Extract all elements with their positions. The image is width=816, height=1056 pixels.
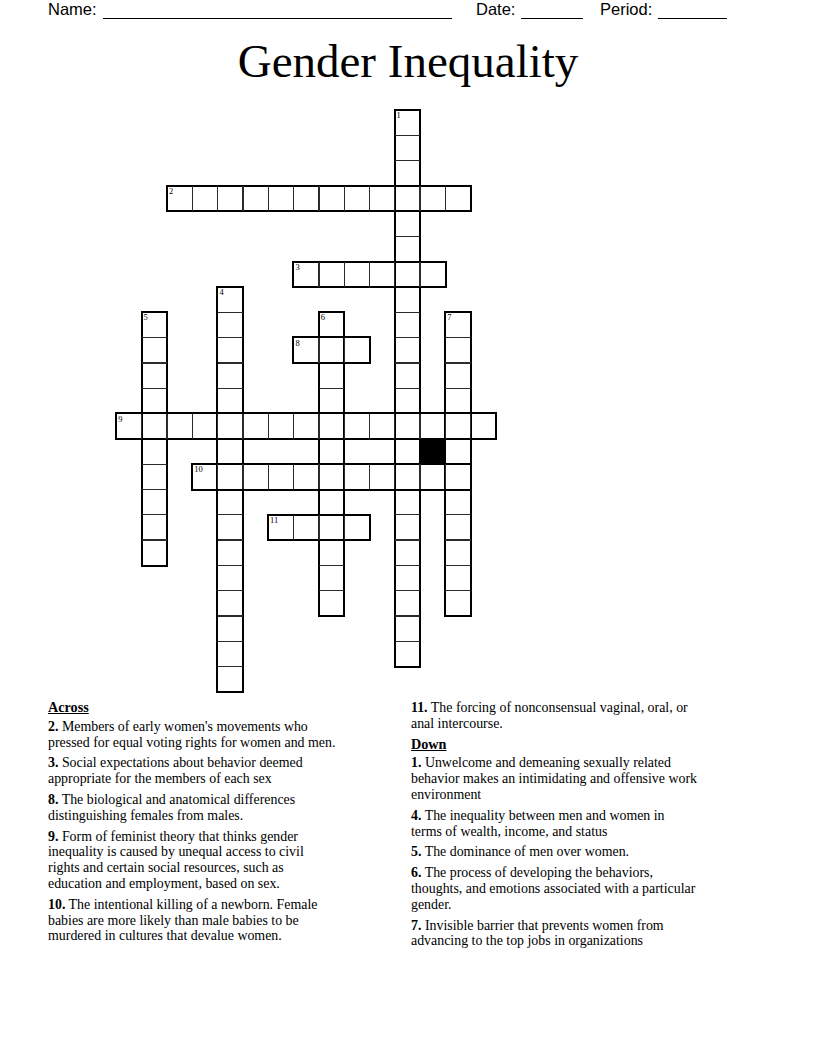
grid-cell[interactable] — [319, 414, 344, 439]
grid-cell[interactable] — [319, 540, 344, 565]
grid-cell[interactable] — [395, 540, 420, 565]
grid-cell[interactable] — [319, 565, 344, 590]
grid-cell[interactable] — [395, 211, 420, 236]
clue-across-10: 10. The intentional killing of a newborn… — [48, 897, 408, 944]
date-field: Date: — [476, 0, 583, 19]
grid-cell[interactable] — [218, 515, 243, 540]
grid-cell[interactable] — [218, 439, 243, 464]
clue-text: Social expectations about behavior deeme… — [48, 755, 303, 786]
grid-cell[interactable] — [319, 515, 344, 540]
grid-cell[interactable] — [445, 414, 470, 439]
grid-cell[interactable] — [370, 262, 395, 287]
name-field: Name: — [48, 0, 452, 19]
grid-cell[interactable] — [319, 388, 344, 413]
grid-cell[interactable] — [218, 490, 243, 515]
grid-cell[interactable] — [167, 414, 192, 439]
grid-cell[interactable] — [445, 388, 470, 413]
grid-cell[interactable] — [243, 464, 268, 489]
clue-down-6: 6. The process of developing the behavio… — [411, 865, 783, 912]
grid-cell[interactable] — [344, 262, 369, 287]
grid-cell[interactable] — [218, 414, 243, 439]
grid-cell[interactable] — [218, 641, 243, 666]
grid-cell[interactable] — [395, 110, 420, 135]
grid-cell[interactable] — [395, 641, 420, 666]
clue-down-5: 5. The dominance of men over women. — [411, 844, 783, 860]
grid-cell[interactable] — [142, 540, 167, 565]
grid-cell[interactable] — [420, 262, 445, 287]
clue-number: 7. — [411, 918, 421, 933]
grid-cell[interactable] — [142, 312, 167, 337]
grid-cell[interactable] — [218, 312, 243, 337]
clue-text: The inequality between men and women in … — [411, 808, 665, 839]
clue-across-2: 2. Members of early women's movements wh… — [48, 719, 408, 751]
grid-cell[interactable] — [319, 312, 344, 337]
grid-cell[interactable] — [370, 186, 395, 211]
clue-number: 4. — [411, 808, 421, 823]
grid-cell[interactable] — [319, 363, 344, 388]
grid-cell[interactable] — [142, 338, 167, 363]
grid-cell[interactable] — [218, 287, 243, 312]
grid-cell[interactable] — [294, 515, 319, 540]
grid-cell[interactable] — [445, 464, 470, 489]
grid-cell[interactable] — [294, 414, 319, 439]
clue-text: The intentional killing of a newborn. Fe… — [48, 897, 317, 944]
grid-cell[interactable] — [344, 515, 369, 540]
grid-cell[interactable] — [268, 464, 293, 489]
grid-cell[interactable] — [319, 591, 344, 616]
grid-cell[interactable] — [420, 186, 445, 211]
grid-cell[interactable] — [243, 414, 268, 439]
clue-text: The biological and anatomical difference… — [48, 792, 295, 823]
period-blank-line[interactable] — [658, 1, 727, 19]
clue-number: 8. — [48, 792, 58, 807]
grid-cell[interactable] — [395, 565, 420, 590]
grid-cell[interactable] — [370, 464, 395, 489]
grid-cell[interactable] — [243, 186, 268, 211]
clue-number: 6. — [411, 865, 421, 880]
grid-cell[interactable] — [445, 338, 470, 363]
across-heading: Across — [48, 700, 408, 716]
clue-number: 9. — [48, 829, 58, 844]
grid-cell[interactable] — [218, 338, 243, 363]
clue-number: 1. — [411, 755, 421, 770]
clue-text: Invisible barrier that prevents women fr… — [411, 918, 664, 949]
grid-cell[interactable] — [395, 388, 420, 413]
grid-cell[interactable] — [268, 414, 293, 439]
grid-cell[interactable] — [294, 262, 319, 287]
clue-down-7: 7. Invisible barrier that prevents women… — [411, 918, 783, 950]
grid-cell[interactable] — [445, 363, 470, 388]
grid-cell[interactable] — [142, 388, 167, 413]
grid-cell[interactable] — [142, 363, 167, 388]
clue-across-8: 8. The biological and anatomical differe… — [48, 792, 408, 824]
clue-text: Form of feminist theory that thinks gend… — [48, 829, 304, 891]
grid-cell[interactable] — [319, 439, 344, 464]
clue-number: 11. — [411, 700, 428, 715]
date-label: Date: — [476, 0, 515, 19]
grid-cell[interactable] — [395, 363, 420, 388]
grid-cell[interactable] — [268, 515, 293, 540]
grid-cell[interactable] — [395, 237, 420, 262]
grid-cell[interactable] — [294, 464, 319, 489]
grid-cell[interactable] — [395, 135, 420, 160]
grid-cell[interactable] — [395, 490, 420, 515]
down-heading: Down — [411, 737, 783, 753]
grid-cell[interactable] — [319, 186, 344, 211]
crossword-grid: 1234567891011 — [117, 110, 497, 692]
grid-cell[interactable] — [395, 312, 420, 337]
clue-number: 2. — [48, 719, 58, 734]
clue-text: Unwelcome and demeaning sexually related… — [411, 755, 697, 802]
worksheet-page: Name: Date: Period: Gender Inequality 12… — [0, 0, 816, 1056]
clue-across-3: 3. Social expectations about behavior de… — [48, 755, 408, 787]
clues-left-column: Across2. Members of early women's moveme… — [48, 700, 408, 949]
grid-cell[interactable] — [218, 186, 243, 211]
grid-cell[interactable] — [218, 616, 243, 641]
grid-cell[interactable] — [218, 388, 243, 413]
worksheet-title: Gender Inequality — [0, 33, 816, 89]
clues-right-column: 11. The forcing of nonconsensual vaginal… — [411, 700, 783, 954]
grid-cell[interactable] — [420, 464, 445, 489]
grid-cell[interactable] — [395, 338, 420, 363]
grid-cell[interactable] — [395, 439, 420, 464]
grid-cell[interactable] — [395, 161, 420, 186]
grid-cell[interactable] — [192, 414, 217, 439]
grid-cell[interactable] — [117, 414, 142, 439]
clue-text: The forcing of nonconsensual vaginal, or… — [411, 700, 688, 731]
grid-cell[interactable] — [370, 414, 395, 439]
grid-cell[interactable] — [445, 186, 470, 211]
grid-cell[interactable] — [445, 591, 470, 616]
grid-cell[interactable] — [319, 262, 344, 287]
date-blank-line[interactable] — [521, 1, 583, 19]
grid-cell[interactable] — [395, 515, 420, 540]
clue-number: 10. — [48, 897, 65, 912]
grid-cell[interactable] — [142, 414, 167, 439]
period-label: Period: — [600, 0, 652, 19]
clue-text: The dominance of men over women. — [421, 844, 629, 859]
black-cell — [420, 439, 445, 464]
period-field: Period: — [600, 0, 727, 19]
name-blank-line[interactable] — [103, 1, 452, 19]
grid-cell[interactable] — [218, 540, 243, 565]
grid-cell[interactable] — [471, 414, 496, 439]
grid-cell[interactable] — [218, 667, 243, 692]
grid-cell[interactable] — [319, 464, 344, 489]
grid-cell[interactable] — [294, 186, 319, 211]
grid-cell[interactable] — [268, 186, 293, 211]
grid-cell[interactable] — [294, 338, 319, 363]
clue-text: The process of developing the behaviors,… — [411, 865, 695, 912]
grid-cell[interactable] — [344, 464, 369, 489]
grid-cell[interactable] — [344, 186, 369, 211]
grid-cell[interactable] — [319, 338, 344, 363]
name-label: Name: — [48, 0, 97, 19]
clue-down-1: 1. Unwelcome and demeaning sexually rela… — [411, 755, 783, 802]
grid-cell[interactable] — [395, 414, 420, 439]
grid-cell[interactable] — [218, 363, 243, 388]
clue-number: 3. — [48, 755, 58, 770]
clue-down-4: 4. The inequality between men and women … — [411, 808, 783, 840]
grid-cell[interactable] — [420, 414, 445, 439]
grid-cell[interactable] — [395, 616, 420, 641]
grid-cell[interactable] — [395, 186, 420, 211]
grid-cell[interactable] — [445, 312, 470, 337]
grid-cell[interactable] — [395, 287, 420, 312]
grid-cell[interactable] — [445, 490, 470, 515]
grid-cell[interactable] — [344, 338, 369, 363]
grid-cell[interactable] — [344, 414, 369, 439]
clue-across-9: 9. Form of feminist theory that thinks g… — [48, 829, 408, 892]
clue-across-11: 11. The forcing of nonconsensual vaginal… — [411, 700, 783, 732]
grid-cell[interactable] — [445, 565, 470, 590]
grid-cell[interactable] — [395, 464, 420, 489]
grid-cell[interactable] — [142, 464, 167, 489]
grid-cell[interactable] — [218, 565, 243, 590]
clue-text: Members of early women's movements who p… — [48, 719, 335, 750]
grid-cell[interactable] — [218, 591, 243, 616]
grid-cell[interactable] — [192, 186, 217, 211]
grid-cell[interactable] — [142, 490, 167, 515]
grid-cell[interactable] — [218, 464, 243, 489]
grid-cell[interactable] — [445, 540, 470, 565]
grid-cell[interactable] — [192, 464, 217, 489]
grid-cell[interactable] — [395, 591, 420, 616]
grid-cell[interactable] — [167, 186, 192, 211]
clue-number: 5. — [411, 844, 421, 859]
grid-cell[interactable] — [319, 490, 344, 515]
grid-cell[interactable] — [395, 262, 420, 287]
grid-cell[interactable] — [142, 515, 167, 540]
grid-cell[interactable] — [445, 515, 470, 540]
grid-cell[interactable] — [142, 439, 167, 464]
grid-cell[interactable] — [445, 439, 470, 464]
